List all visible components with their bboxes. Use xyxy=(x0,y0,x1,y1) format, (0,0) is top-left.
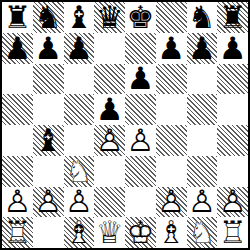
piece-glyph: ♟ xyxy=(125,64,156,95)
square-e5[interactable] xyxy=(125,94,156,125)
piece-black-pawn[interactable]: ♟ xyxy=(156,33,187,64)
piece-glyph: ♟ xyxy=(217,33,248,64)
piece-black-bishop[interactable]: ♝ xyxy=(33,125,64,156)
square-e4[interactable]: ♟♙ xyxy=(125,125,156,156)
square-g5[interactable] xyxy=(187,94,218,125)
piece-fill-layer: ♟ xyxy=(2,187,33,218)
piece-glyph: ♚ xyxy=(125,2,156,33)
square-h5[interactable] xyxy=(217,94,248,125)
square-h2[interactable]: ♟♙ xyxy=(217,187,248,218)
square-a2[interactable]: ♟♙ xyxy=(2,187,33,218)
square-b5[interactable] xyxy=(33,94,64,125)
square-d6[interactable] xyxy=(94,64,125,95)
piece-outline-layer: ♙ xyxy=(125,125,156,156)
piece-outline-layer: ♕ xyxy=(94,217,125,248)
square-e1[interactable]: ♚♔ xyxy=(125,217,156,248)
square-a5[interactable] xyxy=(2,94,33,125)
square-b1[interactable] xyxy=(33,217,64,248)
square-e6[interactable]: ♟ xyxy=(125,64,156,95)
piece-white-pawn[interactable]: ♟♙ xyxy=(156,187,187,218)
square-h8[interactable]: ♜ xyxy=(217,2,248,33)
square-b3[interactable] xyxy=(33,156,64,187)
piece-white-pawn[interactable]: ♟♙ xyxy=(94,125,125,156)
piece-outline-layer: ♙ xyxy=(187,187,218,218)
piece-glyph: ♟ xyxy=(33,33,64,64)
square-b2[interactable]: ♟♙ xyxy=(33,187,64,218)
piece-black-rook[interactable]: ♜ xyxy=(217,2,248,33)
piece-glyph: ♟ xyxy=(156,33,187,64)
square-d2[interactable] xyxy=(94,187,125,218)
piece-white-pawn[interactable]: ♟♙ xyxy=(217,187,248,218)
square-f6[interactable] xyxy=(156,64,187,95)
piece-outline-layer: ♖ xyxy=(217,217,248,248)
piece-outline-layer: ♙ xyxy=(94,125,125,156)
square-h7[interactable]: ♟ xyxy=(217,33,248,64)
square-h3[interactable] xyxy=(217,156,248,187)
piece-glyph: ♞ xyxy=(33,2,64,33)
square-d4[interactable]: ♟♙ xyxy=(94,125,125,156)
piece-black-pawn[interactable]: ♟ xyxy=(187,33,218,64)
piece-black-king[interactable]: ♚ xyxy=(125,2,156,33)
square-f7[interactable]: ♟ xyxy=(156,33,187,64)
piece-glyph: ♜ xyxy=(2,2,33,33)
piece-outline-layer: ♙ xyxy=(64,187,95,218)
square-f8[interactable] xyxy=(156,2,187,33)
piece-glyph: ♟ xyxy=(2,33,33,64)
piece-outline-layer: ♗ xyxy=(64,217,95,248)
square-b4[interactable]: ♝ xyxy=(33,125,64,156)
piece-white-pawn[interactable]: ♟♙ xyxy=(125,125,156,156)
piece-outline-layer: ♘ xyxy=(187,217,218,248)
square-d3[interactable] xyxy=(94,156,125,187)
square-c5[interactable] xyxy=(64,94,95,125)
piece-black-pawn[interactable]: ♟ xyxy=(64,33,95,64)
piece-white-bishop[interactable]: ♝♗ xyxy=(64,217,95,248)
piece-black-bishop[interactable]: ♝ xyxy=(64,2,95,33)
piece-outline-layer: ♗ xyxy=(156,217,187,248)
piece-black-queen[interactable]: ♛ xyxy=(94,2,125,33)
square-c4[interactable] xyxy=(64,125,95,156)
square-a6[interactable] xyxy=(2,64,33,95)
piece-fill-layer: ♝ xyxy=(64,217,95,248)
square-d1[interactable]: ♛♕ xyxy=(94,217,125,248)
piece-fill-layer: ♟ xyxy=(125,125,156,156)
square-g3[interactable] xyxy=(187,156,218,187)
square-c6[interactable] xyxy=(64,64,95,95)
piece-black-pawn[interactable]: ♟ xyxy=(125,64,156,95)
square-d5[interactable]: ♟ xyxy=(94,94,125,125)
square-g4[interactable] xyxy=(187,125,218,156)
square-b6[interactable] xyxy=(33,64,64,95)
piece-fill-layer: ♚ xyxy=(125,217,156,248)
piece-black-pawn[interactable]: ♟ xyxy=(2,33,33,64)
piece-outline-layer: ♙ xyxy=(156,187,187,218)
square-e3[interactable] xyxy=(125,156,156,187)
square-a3[interactable] xyxy=(2,156,33,187)
square-a7[interactable]: ♟ xyxy=(2,33,33,64)
piece-outline-layer: ♔ xyxy=(125,217,156,248)
square-f4[interactable] xyxy=(156,125,187,156)
square-g6[interactable] xyxy=(187,64,218,95)
piece-outline-layer: ♘ xyxy=(64,156,95,187)
square-f5[interactable] xyxy=(156,94,187,125)
square-b8[interactable]: ♞ xyxy=(33,2,64,33)
piece-black-pawn[interactable]: ♟ xyxy=(33,33,64,64)
square-e2[interactable] xyxy=(125,187,156,218)
piece-fill-layer: ♞ xyxy=(187,217,218,248)
square-h1[interactable]: ♜♖ xyxy=(217,217,248,248)
square-f2[interactable]: ♟♙ xyxy=(156,187,187,218)
square-d8[interactable]: ♛ xyxy=(94,2,125,33)
square-g7[interactable]: ♟ xyxy=(187,33,218,64)
square-h4[interactable] xyxy=(217,125,248,156)
square-f3[interactable] xyxy=(156,156,187,187)
square-e7[interactable] xyxy=(125,33,156,64)
piece-white-knight[interactable]: ♞♘ xyxy=(187,217,218,248)
square-c7[interactable]: ♟ xyxy=(64,33,95,64)
piece-black-rook[interactable]: ♜ xyxy=(2,2,33,33)
piece-glyph: ♝ xyxy=(33,125,64,156)
piece-white-queen[interactable]: ♛♕ xyxy=(94,217,125,248)
square-e8[interactable]: ♚ xyxy=(125,2,156,33)
square-a8[interactable]: ♜ xyxy=(2,2,33,33)
piece-white-pawn[interactable]: ♟♙ xyxy=(33,187,64,218)
piece-fill-layer: ♜ xyxy=(217,217,248,248)
square-g1[interactable]: ♞♘ xyxy=(187,217,218,248)
piece-outline-layer: ♙ xyxy=(217,187,248,218)
square-c8[interactable]: ♝ xyxy=(64,2,95,33)
piece-outline-layer: ♙ xyxy=(2,187,33,218)
piece-black-knight[interactable]: ♞ xyxy=(33,2,64,33)
piece-black-pawn[interactable]: ♟ xyxy=(217,33,248,64)
piece-fill-layer: ♞ xyxy=(64,156,95,187)
piece-white-knight[interactable]: ♞♘ xyxy=(64,156,95,187)
piece-glyph: ♟ xyxy=(94,94,125,125)
piece-glyph: ♞ xyxy=(187,2,218,33)
piece-white-rook[interactable]: ♜♖ xyxy=(2,217,33,248)
piece-glyph: ♟ xyxy=(187,33,218,64)
square-a4[interactable] xyxy=(2,125,33,156)
piece-glyph: ♜ xyxy=(217,2,248,33)
piece-fill-layer: ♟ xyxy=(187,187,218,218)
square-b7[interactable]: ♟ xyxy=(33,33,64,64)
piece-outline-layer: ♖ xyxy=(2,217,33,248)
piece-fill-layer: ♟ xyxy=(94,125,125,156)
square-c2[interactable]: ♟♙ xyxy=(64,187,95,218)
piece-black-pawn[interactable]: ♟ xyxy=(94,94,125,125)
square-a1[interactable]: ♜♖ xyxy=(2,217,33,248)
piece-white-rook[interactable]: ♜♖ xyxy=(217,217,248,248)
piece-fill-layer: ♜ xyxy=(2,217,33,248)
piece-glyph: ♛ xyxy=(94,2,125,33)
piece-black-knight[interactable]: ♞ xyxy=(187,2,218,33)
piece-fill-layer: ♟ xyxy=(64,187,95,218)
piece-fill-layer: ♟ xyxy=(156,187,187,218)
square-f1[interactable]: ♝♗ xyxy=(156,217,187,248)
piece-white-pawn[interactable]: ♟♙ xyxy=(2,187,33,218)
piece-glyph: ♝ xyxy=(64,2,95,33)
square-h6[interactable] xyxy=(217,64,248,95)
piece-glyph: ♟ xyxy=(64,33,95,64)
piece-fill-layer: ♝ xyxy=(156,217,187,248)
piece-white-king[interactable]: ♚♔ xyxy=(125,217,156,248)
square-g2[interactable]: ♟♙ xyxy=(187,187,218,218)
piece-white-bishop[interactable]: ♝♗ xyxy=(156,217,187,248)
piece-fill-layer: ♟ xyxy=(33,187,64,218)
piece-white-pawn[interactable]: ♟♙ xyxy=(64,187,95,218)
square-c3[interactable]: ♞♘ xyxy=(64,156,95,187)
square-g8[interactable]: ♞ xyxy=(187,2,218,33)
square-c1[interactable]: ♝♗ xyxy=(64,217,95,248)
square-d7[interactable] xyxy=(94,33,125,64)
piece-fill-layer: ♟ xyxy=(217,187,248,218)
piece-white-pawn[interactable]: ♟♙ xyxy=(187,187,218,218)
piece-outline-layer: ♙ xyxy=(33,187,64,218)
chess-board: ♜♞♝♛♚♞♜♟♟♟♟♟♟♟♟♝♟♙♟♙♞♘♟♙♟♙♟♙♟♙♟♙♟♙♜♖♝♗♛♕… xyxy=(0,0,250,250)
piece-fill-layer: ♛ xyxy=(94,217,125,248)
